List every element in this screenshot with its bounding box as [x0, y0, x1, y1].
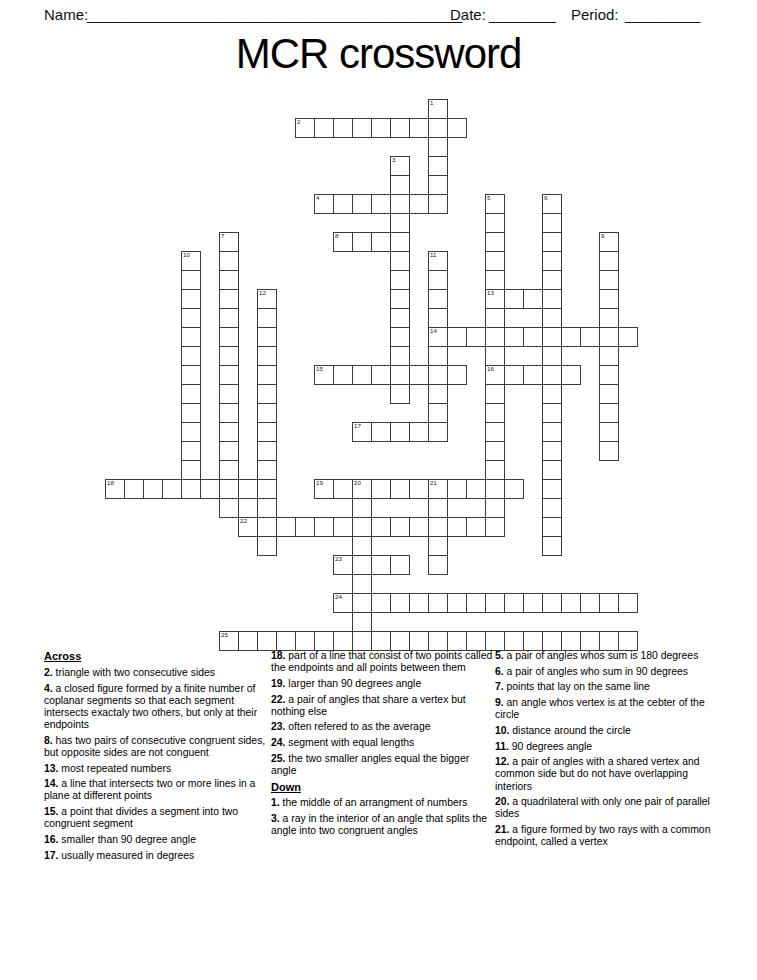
- cell-r13c15[interactable]: [390, 346, 410, 366]
- clue-number-label-10: 10.: [495, 725, 512, 736]
- cell-r10c4[interactable]: [181, 289, 201, 309]
- cell-r22c16[interactable]: [409, 517, 429, 537]
- cell-r12c23[interactable]: [542, 327, 562, 347]
- cell-r20c7[interactable]: [238, 479, 258, 499]
- cell-r11c26[interactable]: [599, 308, 619, 328]
- cell-r26c13[interactable]: [352, 593, 372, 613]
- clue-across-22: 22. a pair of angles that share a vertex…: [271, 694, 495, 718]
- clue-number-10: 10: [183, 252, 190, 258]
- clue-number-2: 2: [297, 119, 300, 125]
- cell-r9c4[interactable]: [181, 270, 201, 290]
- cell-r22c8[interactable]: [257, 517, 277, 537]
- cell-r19c23[interactable]: [542, 460, 562, 480]
- clue-number-12: 12: [259, 290, 266, 296]
- clue-number-label-24: 24.: [271, 737, 288, 748]
- clue-number-label-11: 11.: [495, 741, 512, 752]
- cell-r13c20[interactable]: [485, 346, 505, 366]
- cell-r28c12[interactable]: [333, 631, 353, 651]
- crossword-grid: 1234567891011121314151617181920212223242…: [105, 99, 638, 651]
- clue-number-label-9: 9.: [495, 697, 507, 708]
- cell-r1c11[interactable]: [314, 118, 334, 138]
- cell-r28c21[interactable]: [504, 631, 524, 651]
- cell-r11c4[interactable]: [181, 308, 201, 328]
- cell-r1c14[interactable]: [371, 118, 391, 138]
- cell-r20c23[interactable]: [542, 479, 562, 499]
- clue-across-8: 8. has two pairs of consecutive congruen…: [44, 735, 276, 759]
- clue-column-middle: 18. part of a line that consist of two p…: [271, 650, 495, 841]
- cell-r28c9[interactable]: [276, 631, 296, 651]
- cell-r14c14[interactable]: [371, 365, 391, 385]
- cell-r15c15[interactable]: [390, 384, 410, 404]
- cell-r14c16[interactable]: [409, 365, 429, 385]
- cell-r6c23[interactable]: [542, 213, 562, 233]
- cell-r28c10[interactable]: [295, 631, 315, 651]
- cell-r24c14[interactable]: [371, 555, 391, 575]
- cell-r11c17[interactable]: [428, 308, 448, 328]
- cell-r10c23[interactable]: [542, 289, 562, 309]
- cell-r20c5[interactable]: [200, 479, 220, 499]
- cell-r28c16[interactable]: [409, 631, 429, 651]
- cell-r14c23[interactable]: [542, 365, 562, 385]
- cell-r22c10[interactable]: [295, 517, 315, 537]
- clue-number-label-14: 14.: [44, 778, 61, 789]
- cell-r15c26[interactable]: [599, 384, 619, 404]
- cell-r20c18[interactable]: [447, 479, 467, 499]
- cell-r17c13[interactable]: 17: [352, 422, 372, 442]
- clue-number-label-1: 1.: [271, 797, 283, 808]
- cell-r3c15[interactable]: 3: [390, 156, 410, 176]
- cell-r17c14[interactable]: [371, 422, 391, 442]
- cell-r9c17[interactable]: [428, 270, 448, 290]
- cell-r25c13[interactable]: [352, 574, 372, 594]
- clue-number-label-15: 15.: [44, 806, 61, 817]
- clue-down-3: 3. a ray in the interior of an angle tha…: [271, 813, 495, 837]
- cell-r20c0[interactable]: 18: [105, 479, 125, 499]
- cell-r4c17[interactable]: [428, 175, 448, 195]
- clue-down-21: 21. a figure formed by two rays with a c…: [495, 824, 715, 848]
- clue-number-label-20: 20.: [495, 796, 512, 807]
- cell-r14c18[interactable]: [447, 365, 467, 385]
- cell-r12c4[interactable]: [181, 327, 201, 347]
- cell-r20c20[interactable]: [485, 479, 505, 499]
- cell-r26c24[interactable]: [561, 593, 581, 613]
- cell-r14c11[interactable]: 15: [314, 365, 334, 385]
- cell-r11c6[interactable]: [219, 308, 239, 328]
- cell-r19c8[interactable]: [257, 460, 277, 480]
- cell-r9c23[interactable]: [542, 270, 562, 290]
- date-field-label: Date:: [450, 6, 486, 23]
- cell-r7c20[interactable]: [485, 232, 505, 252]
- cell-r5c17[interactable]: [428, 194, 448, 214]
- cell-r10c8[interactable]: 12: [257, 289, 277, 309]
- cell-r1c13[interactable]: [352, 118, 372, 138]
- clue-across-17: 17. usually measured in degrees: [44, 850, 276, 862]
- clue-across-2: 2. triangle with two consecutive sides: [44, 667, 276, 679]
- cell-r7c12[interactable]: 8: [333, 232, 353, 252]
- cell-r5c15[interactable]: [390, 194, 410, 214]
- cell-r28c20[interactable]: [485, 631, 505, 651]
- cell-r18c20[interactable]: [485, 441, 505, 461]
- cell-r23c23[interactable]: [542, 536, 562, 556]
- clue-number-9: 9: [601, 233, 604, 239]
- clue-number-label-6: 6.: [495, 666, 507, 677]
- cell-r26c22[interactable]: [523, 593, 543, 613]
- cell-r28c14[interactable]: [371, 631, 391, 651]
- cell-r26c14[interactable]: [371, 593, 391, 613]
- cell-r28c8[interactable]: [257, 631, 277, 651]
- cell-r10c21[interactable]: [504, 289, 524, 309]
- cell-r20c19[interactable]: [466, 479, 486, 499]
- cell-r7c14[interactable]: [371, 232, 391, 252]
- cell-r18c8[interactable]: [257, 441, 277, 461]
- cell-r28c11[interactable]: [314, 631, 334, 651]
- cell-r7c13[interactable]: [352, 232, 372, 252]
- clue-number-4: 4: [316, 195, 319, 201]
- cell-r20c13[interactable]: 20: [352, 479, 372, 499]
- cell-r26c12[interactable]: 24: [333, 593, 353, 613]
- cell-r26c20[interactable]: [485, 593, 505, 613]
- clue-number-label-21: 21.: [495, 824, 512, 835]
- cell-r9c6[interactable]: [219, 270, 239, 290]
- cell-r14c20[interactable]: 16: [485, 365, 505, 385]
- cell-r13c8[interactable]: [257, 346, 277, 366]
- cell-r4c15[interactable]: [390, 175, 410, 195]
- cell-r20c16[interactable]: [409, 479, 429, 499]
- cell-r24c17[interactable]: [428, 555, 448, 575]
- cell-r18c23[interactable]: [542, 441, 562, 461]
- cell-r1c16[interactable]: [409, 118, 429, 138]
- cell-r20c21[interactable]: [504, 479, 524, 499]
- cell-r26c17[interactable]: [428, 593, 448, 613]
- clue-column-right: 5. a pair of angles whos sum is 180 degr…: [495, 650, 715, 852]
- clue-down-6: 6. a pair of angles who sum in 90 degree…: [495, 666, 715, 678]
- cell-r5c11[interactable]: 4: [314, 194, 334, 214]
- cell-r8c6[interactable]: [219, 251, 239, 271]
- cell-r14c4[interactable]: [181, 365, 201, 385]
- cell-r5c13[interactable]: [352, 194, 372, 214]
- cell-r21c17[interactable]: [428, 498, 448, 518]
- cell-r12c15[interactable]: [390, 327, 410, 347]
- cell-r11c15[interactable]: [390, 308, 410, 328]
- cell-r26c23[interactable]: [542, 593, 562, 613]
- cell-r1c10[interactable]: 2: [295, 118, 315, 138]
- cell-r22c15[interactable]: [390, 517, 410, 537]
- clue-across-4: 4. a closed figure formed by a finite nu…: [44, 683, 276, 732]
- clue-number-3: 3: [392, 157, 395, 163]
- cell-r12c18[interactable]: [447, 327, 467, 347]
- cell-r17c15[interactable]: [390, 422, 410, 442]
- clue-number-label-17: 17.: [44, 850, 61, 861]
- cell-r1c12[interactable]: [333, 118, 353, 138]
- clue-down-1: 1. the middle of an arrangment of number…: [271, 797, 495, 809]
- cell-r18c26[interactable]: [599, 441, 619, 461]
- cell-r9c26[interactable]: [599, 270, 619, 290]
- clue-number-label-18: 18.: [271, 650, 288, 661]
- clue-number-label-22: 22.: [271, 694, 288, 705]
- cell-r20c8[interactable]: [257, 479, 277, 499]
- cell-r12c17[interactable]: 14: [428, 327, 448, 347]
- cell-r14c6[interactable]: [219, 365, 239, 385]
- clue-number-14: 14: [430, 328, 437, 334]
- clue-down-12: 12. a pair of angles with a shared verte…: [495, 756, 715, 793]
- cell-r28c7[interactable]: [238, 631, 258, 651]
- cell-r28c26[interactable]: [599, 631, 619, 651]
- clue-number-label-3: 3.: [271, 813, 283, 824]
- cell-r13c6[interactable]: [219, 346, 239, 366]
- cell-r14c17[interactable]: [428, 365, 448, 385]
- cell-r16c17[interactable]: [428, 403, 448, 423]
- cell-r22c17[interactable]: [428, 517, 448, 537]
- cell-r24c13[interactable]: [352, 555, 372, 575]
- cell-r8c20[interactable]: [485, 251, 505, 271]
- clue-down-5: 5. a pair of angles whos sum is 180 degr…: [495, 650, 715, 662]
- cell-r22c23[interactable]: [542, 517, 562, 537]
- cell-r23c8[interactable]: [257, 536, 277, 556]
- cell-r16c8[interactable]: [257, 403, 277, 423]
- cell-r22c20[interactable]: [485, 517, 505, 537]
- cell-r28c23[interactable]: [542, 631, 562, 651]
- cell-r13c23[interactable]: [542, 346, 562, 366]
- cell-r20c4[interactable]: [181, 479, 201, 499]
- cell-r14c12[interactable]: [333, 365, 353, 385]
- cell-r24c15[interactable]: [390, 555, 410, 575]
- cell-r28c18[interactable]: [447, 631, 467, 651]
- cell-r13c4[interactable]: [181, 346, 201, 366]
- cell-r12c6[interactable]: [219, 327, 239, 347]
- cell-r20c3[interactable]: [162, 479, 182, 499]
- clue-number-24: 24: [335, 594, 342, 600]
- clue-number-label-5: 5.: [495, 650, 507, 661]
- cell-r12c20[interactable]: [485, 327, 505, 347]
- clue-number-17: 17: [354, 423, 361, 429]
- date-blank-line: ________: [489, 6, 556, 23]
- cell-r21c23[interactable]: [542, 498, 562, 518]
- cell-r17c4[interactable]: [181, 422, 201, 442]
- clue-across-24: 24. segment with equal lengths: [271, 737, 495, 749]
- cell-r19c20[interactable]: [485, 460, 505, 480]
- worksheet-page: { "game": "crossword", "header": { "name…: [0, 0, 757, 980]
- cell-r7c23[interactable]: [542, 232, 562, 252]
- clue-number-13: 13: [487, 290, 494, 296]
- cell-r12c25[interactable]: [580, 327, 600, 347]
- cell-r8c23[interactable]: [542, 251, 562, 271]
- clues-heading-down: Down: [271, 781, 495, 794]
- cell-r22c12[interactable]: [333, 517, 353, 537]
- clue-number-label-25: 25.: [271, 753, 288, 764]
- clue-number-21: 21: [430, 480, 437, 486]
- cell-r16c23[interactable]: [542, 403, 562, 423]
- clue-down-9: 9. an angle whos vertex is at the cebter…: [495, 697, 715, 721]
- clue-number-label-8: 8.: [44, 735, 56, 746]
- cell-r26c19[interactable]: [466, 593, 486, 613]
- cell-r26c26[interactable]: [599, 593, 619, 613]
- cell-r20c12[interactable]: [333, 479, 353, 499]
- cell-r8c17[interactable]: 11: [428, 251, 448, 271]
- cell-r26c25[interactable]: [580, 593, 600, 613]
- clue-number-25: 25: [221, 632, 228, 638]
- cell-r24c12[interactable]: 23: [333, 555, 353, 575]
- cell-r9c20[interactable]: [485, 270, 505, 290]
- cell-r28c24[interactable]: [561, 631, 581, 651]
- cell-r12c21[interactable]: [504, 327, 524, 347]
- cell-r20c6[interactable]: [219, 479, 239, 499]
- cell-r9c15[interactable]: [390, 270, 410, 290]
- clue-number-label-4: 4.: [44, 683, 56, 694]
- cell-r19c6[interactable]: [219, 460, 239, 480]
- cell-r15c23[interactable]: [542, 384, 562, 404]
- cell-r22c13[interactable]: [352, 517, 372, 537]
- cell-r13c26[interactable]: [599, 346, 619, 366]
- cell-r11c23[interactable]: [542, 308, 562, 328]
- clue-down-7: 7. points that lay on the same line: [495, 681, 715, 693]
- cell-r27c13[interactable]: [352, 612, 372, 632]
- cell-r7c15[interactable]: [390, 232, 410, 252]
- cell-r17c26[interactable]: [599, 422, 619, 442]
- clues-heading-across: Across: [44, 650, 276, 663]
- clue-number-label-7: 7.: [495, 681, 507, 692]
- cell-r5c20[interactable]: 5: [485, 194, 505, 214]
- cell-r17c17[interactable]: [428, 422, 448, 442]
- cell-r15c20[interactable]: [485, 384, 505, 404]
- cell-r10c17[interactable]: [428, 289, 448, 309]
- cell-r20c2[interactable]: [143, 479, 163, 499]
- cell-r20c15[interactable]: [390, 479, 410, 499]
- cell-r1c15[interactable]: [390, 118, 410, 138]
- cell-r1c17[interactable]: [428, 118, 448, 138]
- cell-r17c8[interactable]: [257, 422, 277, 442]
- cell-r14c21[interactable]: [504, 365, 524, 385]
- cell-r7c26[interactable]: 9: [599, 232, 619, 252]
- cell-r21c6[interactable]: [219, 498, 239, 518]
- cell-r28c25[interactable]: [580, 631, 600, 651]
- cell-r6c15[interactable]: [390, 213, 410, 233]
- cell-r8c26[interactable]: [599, 251, 619, 271]
- cell-r22c19[interactable]: [466, 517, 486, 537]
- cell-r10c22[interactable]: [523, 289, 543, 309]
- cell-r28c27[interactable]: [618, 631, 638, 651]
- cell-r28c22[interactable]: [523, 631, 543, 651]
- cell-r12c8[interactable]: [257, 327, 277, 347]
- name-blank-line: ________________________________________…: [87, 6, 462, 23]
- cell-r20c14[interactable]: [371, 479, 391, 499]
- cell-r20c1[interactable]: [124, 479, 144, 499]
- cell-r28c13[interactable]: [352, 631, 372, 651]
- cell-r21c13[interactable]: [352, 498, 372, 518]
- clue-number-16: 16: [487, 366, 494, 372]
- cell-r26c18[interactable]: [447, 593, 467, 613]
- clue-across-14: 14. a line that intersects two or more l…: [44, 778, 276, 802]
- cell-r7c6[interactable]: 7: [219, 232, 239, 252]
- cell-r12c19[interactable]: [466, 327, 486, 347]
- cell-r10c26[interactable]: [599, 289, 619, 309]
- cell-r8c4[interactable]: 10: [181, 251, 201, 271]
- cell-r26c21[interactable]: [504, 593, 524, 613]
- cell-r21c8[interactable]: [257, 498, 277, 518]
- cell-r12c22[interactable]: [523, 327, 543, 347]
- cell-r15c17[interactable]: [428, 384, 448, 404]
- cell-r10c6[interactable]: [219, 289, 239, 309]
- cell-r21c20[interactable]: [485, 498, 505, 518]
- cell-r28c17[interactable]: [428, 631, 448, 651]
- clue-across-16: 16. smaller than 90 degree angle: [44, 834, 276, 846]
- cell-r14c15[interactable]: [390, 365, 410, 385]
- cell-r20c11[interactable]: 19: [314, 479, 334, 499]
- cell-r22c14[interactable]: [371, 517, 391, 537]
- cell-r22c11[interactable]: [314, 517, 334, 537]
- cell-r17c6[interactable]: [219, 422, 239, 442]
- cell-r11c8[interactable]: [257, 308, 277, 328]
- cell-r12c26[interactable]: [599, 327, 619, 347]
- cell-r15c6[interactable]: [219, 384, 239, 404]
- cell-r5c23[interactable]: 6: [542, 194, 562, 214]
- clue-down-10: 10. distance around the circle: [495, 725, 715, 737]
- cell-r14c26[interactable]: [599, 365, 619, 385]
- cell-r22c7[interactable]: 22: [238, 517, 258, 537]
- cell-r26c15[interactable]: [390, 593, 410, 613]
- cell-r22c9[interactable]: [276, 517, 296, 537]
- cell-r12c24[interactable]: [561, 327, 581, 347]
- cell-r1c18[interactable]: [447, 118, 467, 138]
- clue-across-25: 25. the two smaller angles equal the big…: [271, 753, 495, 777]
- cell-r28c15[interactable]: [390, 631, 410, 651]
- cell-r5c12[interactable]: [333, 194, 353, 214]
- cell-r14c8[interactable]: [257, 365, 277, 385]
- cell-r18c6[interactable]: [219, 441, 239, 461]
- cell-r26c16[interactable]: [409, 593, 429, 613]
- cell-r16c4[interactable]: [181, 403, 201, 423]
- cell-r5c14[interactable]: [371, 194, 391, 214]
- cell-r23c13[interactable]: [352, 536, 372, 556]
- cell-r19c4[interactable]: [181, 460, 201, 480]
- cell-r10c15[interactable]: [390, 289, 410, 309]
- cell-r6c20[interactable]: [485, 213, 505, 233]
- clue-down-11: 11. 90 degrees angle: [495, 741, 715, 753]
- cell-r11c20[interactable]: [485, 308, 505, 328]
- cell-r16c6[interactable]: [219, 403, 239, 423]
- clue-number-label-23: 23.: [271, 721, 288, 732]
- clue-number-11: 11: [430, 252, 436, 258]
- cell-r28c6[interactable]: 25: [219, 631, 239, 651]
- clue-number-label-19: 19.: [271, 678, 288, 689]
- cell-r2c17[interactable]: [428, 137, 448, 157]
- cell-r28c19[interactable]: [466, 631, 486, 651]
- cell-r13c17[interactable]: [428, 346, 448, 366]
- cell-r12c27[interactable]: [618, 327, 638, 347]
- clue-number-20: 20: [354, 480, 361, 486]
- cell-r14c22[interactable]: [523, 365, 543, 385]
- cell-r26c27[interactable]: [618, 593, 638, 613]
- cell-r16c26[interactable]: [599, 403, 619, 423]
- cell-r16c20[interactable]: [485, 403, 505, 423]
- cell-r14c24[interactable]: [561, 365, 581, 385]
- cell-r8c15[interactable]: [390, 251, 410, 271]
- clue-across-13: 13. most repeated numbers: [44, 763, 276, 775]
- cell-r17c20[interactable]: [485, 422, 505, 442]
- cell-r10c20[interactable]: 13: [485, 289, 505, 309]
- cell-r15c4[interactable]: [181, 384, 201, 404]
- cell-r0c17[interactable]: 1: [428, 99, 448, 119]
- cell-r17c23[interactable]: [542, 422, 562, 442]
- cell-r14c13[interactable]: [352, 365, 372, 385]
- cell-r17c16[interactable]: [409, 422, 429, 442]
- cell-r20c17[interactable]: 21: [428, 479, 448, 499]
- cell-r22c18[interactable]: [447, 517, 467, 537]
- cell-r23c17[interactable]: [428, 536, 448, 556]
- cell-r15c8[interactable]: [257, 384, 277, 404]
- cell-r3c17[interactable]: [428, 156, 448, 176]
- cell-r5c16[interactable]: [409, 194, 429, 214]
- cell-r18c4[interactable]: [181, 441, 201, 461]
